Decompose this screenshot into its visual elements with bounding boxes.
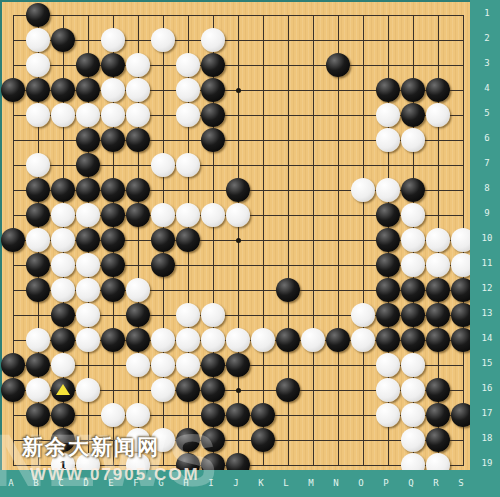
black-stone[interactable] xyxy=(376,278,400,302)
black-stone[interactable] xyxy=(151,228,175,252)
black-stone[interactable] xyxy=(51,328,75,352)
row-coordinate-strip xyxy=(470,0,500,497)
black-stone[interactable] xyxy=(201,53,225,77)
column-label: L xyxy=(277,478,295,488)
triangle-marker xyxy=(56,384,70,395)
black-stone[interactable] xyxy=(201,378,225,402)
black-stone[interactable] xyxy=(126,203,150,227)
black-stone[interactable] xyxy=(26,278,50,302)
white-stone[interactable] xyxy=(401,403,425,427)
black-stone[interactable] xyxy=(1,228,25,252)
white-stone[interactable] xyxy=(76,303,100,327)
column-label: D xyxy=(77,478,95,488)
column-label: G xyxy=(152,478,170,488)
row-label: 13 xyxy=(478,308,496,318)
column-label: F xyxy=(127,478,145,488)
black-stone[interactable] xyxy=(276,278,300,302)
black-stone[interactable] xyxy=(51,303,75,327)
row-label: 14 xyxy=(478,333,496,343)
white-stone[interactable] xyxy=(351,303,375,327)
black-stone[interactable] xyxy=(426,403,450,427)
black-stone[interactable] xyxy=(201,128,225,152)
white-stone[interactable] xyxy=(401,128,425,152)
black-stone[interactable] xyxy=(26,353,50,377)
black-stone[interactable] xyxy=(101,328,125,352)
black-stone[interactable] xyxy=(176,378,200,402)
white-stone[interactable] xyxy=(401,353,425,377)
white-stone[interactable] xyxy=(376,378,400,402)
black-stone[interactable] xyxy=(376,78,400,102)
white-stone[interactable] xyxy=(26,228,50,252)
black-stone[interactable] xyxy=(101,228,125,252)
white-stone[interactable] xyxy=(151,203,175,227)
black-stone[interactable] xyxy=(101,278,125,302)
black-stone[interactable] xyxy=(376,328,400,352)
black-stone-last-move[interactable] xyxy=(51,378,75,402)
black-stone[interactable] xyxy=(126,328,150,352)
row-label: 7 xyxy=(478,158,496,168)
star-point xyxy=(236,238,241,243)
column-label: P xyxy=(377,478,395,488)
black-stone[interactable] xyxy=(376,203,400,227)
white-stone[interactable] xyxy=(26,378,50,402)
white-stone[interactable] xyxy=(176,103,200,127)
black-stone[interactable] xyxy=(1,353,25,377)
star-point xyxy=(236,388,241,393)
column-label: R xyxy=(427,478,445,488)
white-stone[interactable] xyxy=(376,128,400,152)
white-stone[interactable] xyxy=(51,278,75,302)
black-stone[interactable] xyxy=(376,303,400,327)
white-stone[interactable] xyxy=(76,278,100,302)
black-stone[interactable] xyxy=(376,228,400,252)
black-stone[interactable] xyxy=(251,428,275,452)
white-stone[interactable] xyxy=(376,403,400,427)
black-stone[interactable] xyxy=(201,103,225,127)
white-stone[interactable] xyxy=(201,328,225,352)
black-stone[interactable] xyxy=(26,78,50,102)
black-stone[interactable] xyxy=(426,303,450,327)
black-stone[interactable] xyxy=(201,353,225,377)
white-stone[interactable] xyxy=(376,353,400,377)
black-stone[interactable] xyxy=(26,203,50,227)
column-label: J xyxy=(227,478,245,488)
white-stone[interactable] xyxy=(176,353,200,377)
row-label: 18 xyxy=(478,433,496,443)
white-stone[interactable] xyxy=(26,103,50,127)
black-stone[interactable] xyxy=(201,78,225,102)
white-stone[interactable] xyxy=(176,303,200,327)
black-stone[interactable] xyxy=(101,253,125,277)
white-stone[interactable] xyxy=(51,203,75,227)
column-label: S xyxy=(452,478,470,488)
white-stone[interactable] xyxy=(151,328,175,352)
row-label: 2 xyxy=(478,33,496,43)
grid-line-vertical xyxy=(338,15,339,466)
white-stone[interactable] xyxy=(351,328,375,352)
black-stone[interactable] xyxy=(51,178,75,202)
row-label: 5 xyxy=(478,108,496,118)
black-stone[interactable] xyxy=(426,278,450,302)
column-label: B xyxy=(27,478,45,488)
white-stone[interactable] xyxy=(26,328,50,352)
black-stone[interactable] xyxy=(401,78,425,102)
white-stone[interactable] xyxy=(126,278,150,302)
white-stone[interactable] xyxy=(176,328,200,352)
black-stone[interactable] xyxy=(176,428,200,452)
black-stone[interactable] xyxy=(326,53,350,77)
white-stone[interactable] xyxy=(151,428,175,452)
black-stone[interactable] xyxy=(51,403,75,427)
black-stone[interactable] xyxy=(401,278,425,302)
row-label: 12 xyxy=(478,283,496,293)
black-stone[interactable] xyxy=(76,78,100,102)
black-stone[interactable] xyxy=(426,328,450,352)
black-stone[interactable] xyxy=(126,303,150,327)
go-diagram-screenshot: 1 NEWS 新余大新闻网 WWW.07905.COM 123456789101… xyxy=(0,0,500,497)
column-label: C xyxy=(52,478,70,488)
black-stone[interactable] xyxy=(376,253,400,277)
column-label: I xyxy=(202,478,220,488)
white-stone[interactable] xyxy=(401,378,425,402)
white-stone[interactable] xyxy=(51,253,75,277)
white-stone[interactable] xyxy=(426,103,450,127)
white-stone[interactable] xyxy=(151,353,175,377)
column-coordinate-strip xyxy=(0,470,500,497)
row-label: 19 xyxy=(478,458,496,468)
white-stone[interactable] xyxy=(26,53,50,77)
white-stone[interactable] xyxy=(76,103,100,127)
white-stone[interactable] xyxy=(151,153,175,177)
black-stone[interactable] xyxy=(126,128,150,152)
white-stone[interactable] xyxy=(226,328,250,352)
white-stone[interactable] xyxy=(401,428,425,452)
row-label: 17 xyxy=(478,408,496,418)
black-stone[interactable] xyxy=(426,428,450,452)
row-label: 8 xyxy=(478,183,496,193)
white-stone[interactable] xyxy=(226,203,250,227)
black-stone[interactable] xyxy=(276,378,300,402)
black-stone[interactable] xyxy=(201,403,225,427)
white-stone[interactable] xyxy=(126,403,150,427)
white-stone[interactable] xyxy=(401,203,425,227)
white-stone[interactable] xyxy=(151,28,175,52)
black-stone[interactable] xyxy=(101,53,125,77)
black-stone[interactable] xyxy=(251,403,275,427)
black-stone[interactable] xyxy=(51,428,75,452)
black-stone[interactable] xyxy=(76,178,100,202)
column-label: E xyxy=(102,478,120,488)
white-stone[interactable] xyxy=(376,103,400,127)
white-stone[interactable] xyxy=(201,28,225,52)
black-stone[interactable] xyxy=(401,103,425,127)
grid-line-vertical xyxy=(313,15,314,466)
black-stone[interactable] xyxy=(226,403,250,427)
column-label: M xyxy=(302,478,320,488)
black-stone[interactable] xyxy=(326,328,350,352)
black-stone[interactable] xyxy=(26,403,50,427)
black-stone[interactable] xyxy=(126,178,150,202)
white-stone[interactable] xyxy=(126,353,150,377)
row-label: 3 xyxy=(478,58,496,68)
column-label: K xyxy=(252,478,270,488)
white-stone[interactable] xyxy=(126,78,150,102)
black-stone[interactable] xyxy=(101,128,125,152)
black-stone[interactable] xyxy=(101,203,125,227)
column-label: N xyxy=(327,478,345,488)
white-stone[interactable] xyxy=(401,253,425,277)
black-stone[interactable] xyxy=(51,78,75,102)
black-stone[interactable] xyxy=(426,378,450,402)
black-stone[interactable] xyxy=(76,53,100,77)
white-stone[interactable] xyxy=(251,328,275,352)
black-stone[interactable] xyxy=(276,328,300,352)
white-stone[interactable] xyxy=(101,403,125,427)
go-board[interactable]: 1 xyxy=(0,0,500,497)
row-label: 11 xyxy=(478,258,496,268)
white-stone[interactable] xyxy=(201,303,225,327)
grid-line-horizontal xyxy=(13,440,464,441)
white-stone[interactable] xyxy=(126,428,150,452)
black-stone[interactable] xyxy=(401,328,425,352)
grid-line-vertical xyxy=(363,15,364,466)
star-point xyxy=(236,88,241,93)
white-stone[interactable] xyxy=(26,153,50,177)
row-label: 10 xyxy=(478,233,496,243)
white-stone[interactable] xyxy=(176,153,200,177)
white-stone[interactable] xyxy=(26,28,50,52)
white-stone[interactable] xyxy=(201,203,225,227)
row-label: 6 xyxy=(478,133,496,143)
black-stone[interactable] xyxy=(76,128,100,152)
column-label: Q xyxy=(402,478,420,488)
white-stone[interactable] xyxy=(51,228,75,252)
column-label: A xyxy=(2,478,20,488)
white-stone[interactable] xyxy=(126,53,150,77)
row-label: 15 xyxy=(478,358,496,368)
white-stone[interactable] xyxy=(376,178,400,202)
column-label: H xyxy=(177,478,195,488)
white-stone[interactable] xyxy=(176,53,200,77)
white-stone[interactable] xyxy=(426,228,450,252)
black-stone[interactable] xyxy=(26,178,50,202)
black-stone[interactable] xyxy=(226,178,250,202)
row-label: 9 xyxy=(478,208,496,218)
white-stone[interactable] xyxy=(176,78,200,102)
column-label: O xyxy=(352,478,370,488)
black-stone[interactable] xyxy=(26,253,50,277)
white-stone[interactable] xyxy=(151,378,175,402)
row-label: 1 xyxy=(478,8,496,18)
white-stone[interactable] xyxy=(51,353,75,377)
black-stone[interactable] xyxy=(401,303,425,327)
white-stone[interactable] xyxy=(401,228,425,252)
white-stone[interactable] xyxy=(76,378,100,402)
black-stone[interactable] xyxy=(201,428,225,452)
white-stone[interactable] xyxy=(301,328,325,352)
black-stone[interactable] xyxy=(76,228,100,252)
white-stone[interactable] xyxy=(351,178,375,202)
black-stone[interactable] xyxy=(1,378,25,402)
black-stone[interactable] xyxy=(51,28,75,52)
white-stone[interactable] xyxy=(76,203,100,227)
black-stone[interactable] xyxy=(426,78,450,102)
black-stone[interactable] xyxy=(76,153,100,177)
black-stone[interactable] xyxy=(101,178,125,202)
black-stone[interactable] xyxy=(401,178,425,202)
black-stone[interactable] xyxy=(1,78,25,102)
row-label: 16 xyxy=(478,383,496,393)
white-stone[interactable] xyxy=(76,328,100,352)
grid-line-vertical xyxy=(263,15,264,466)
white-stone[interactable] xyxy=(426,253,450,277)
black-stone[interactable] xyxy=(26,3,50,27)
row-label: 4 xyxy=(478,83,496,93)
black-stone[interactable] xyxy=(151,253,175,277)
white-stone[interactable] xyxy=(101,78,125,102)
white-stone[interactable] xyxy=(51,103,75,127)
black-stone[interactable] xyxy=(176,228,200,252)
white-stone[interactable] xyxy=(176,203,200,227)
black-stone[interactable] xyxy=(226,353,250,377)
white-stone[interactable] xyxy=(101,28,125,52)
white-stone[interactable] xyxy=(76,253,100,277)
move-number-label: 1 xyxy=(59,460,67,471)
white-stone[interactable] xyxy=(126,103,150,127)
white-stone[interactable] xyxy=(101,103,125,127)
